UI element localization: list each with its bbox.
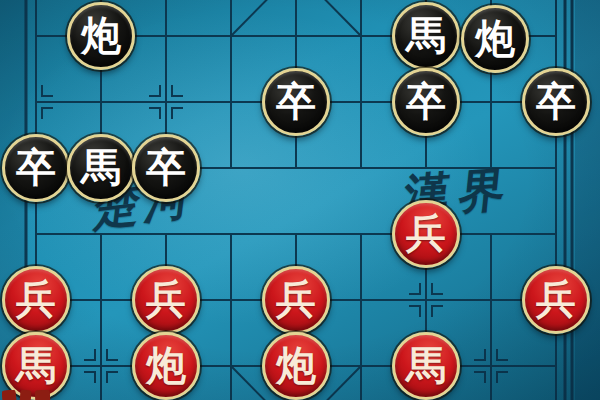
watermark-blob: [20, 390, 32, 400]
watermark-fragment: [2, 390, 66, 400]
piece-character: 卒: [146, 148, 186, 188]
piece-red-soldier[interactable]: 兵: [2, 266, 70, 334]
piece-black-cannon[interactable]: 炮: [461, 5, 529, 73]
piece-black-horse[interactable]: 馬: [67, 134, 135, 202]
piece-red-soldier[interactable]: 兵: [522, 266, 590, 334]
piece-character: 兵: [406, 214, 446, 254]
piece-character: 卒: [406, 82, 446, 122]
pieces-layer: 炮馬炮卒卒卒卒馬卒兵兵兵兵兵馬炮炮馬: [0, 0, 600, 400]
piece-black-soldier[interactable]: 卒: [2, 134, 70, 202]
piece-character: 馬: [16, 346, 56, 386]
piece-red-soldier[interactable]: 兵: [132, 266, 200, 334]
piece-black-soldier[interactable]: 卒: [392, 68, 460, 136]
xiangqi-board: 楚河 漢界 炮馬炮卒卒卒卒馬卒兵兵兵兵兵馬炮炮馬: [0, 0, 600, 400]
piece-character: 馬: [81, 148, 121, 188]
piece-character: 卒: [16, 148, 56, 188]
piece-character: 兵: [16, 280, 56, 320]
piece-character: 馬: [406, 346, 446, 386]
piece-character: 兵: [276, 280, 316, 320]
piece-character: 兵: [146, 280, 186, 320]
piece-black-cannon[interactable]: 炮: [67, 2, 135, 70]
piece-black-soldier[interactable]: 卒: [262, 68, 330, 136]
piece-red-cannon[interactable]: 炮: [262, 332, 330, 400]
piece-character: 炮: [146, 346, 186, 386]
piece-black-horse[interactable]: 馬: [392, 2, 460, 70]
piece-black-soldier[interactable]: 卒: [132, 134, 200, 202]
piece-red-horse[interactable]: 馬: [392, 332, 460, 400]
piece-character: 炮: [276, 346, 316, 386]
piece-black-soldier[interactable]: 卒: [522, 68, 590, 136]
watermark-blob: [2, 390, 17, 400]
piece-red-soldier[interactable]: 兵: [262, 266, 330, 334]
piece-character: 炮: [81, 16, 121, 56]
piece-character: 卒: [536, 82, 576, 122]
piece-red-soldier[interactable]: 兵: [392, 200, 460, 268]
piece-character: 馬: [406, 16, 446, 56]
watermark-blob: [35, 390, 51, 400]
piece-character: 卒: [276, 82, 316, 122]
piece-character: 炮: [475, 19, 515, 59]
piece-character: 兵: [536, 280, 576, 320]
piece-red-cannon[interactable]: 炮: [132, 332, 200, 400]
